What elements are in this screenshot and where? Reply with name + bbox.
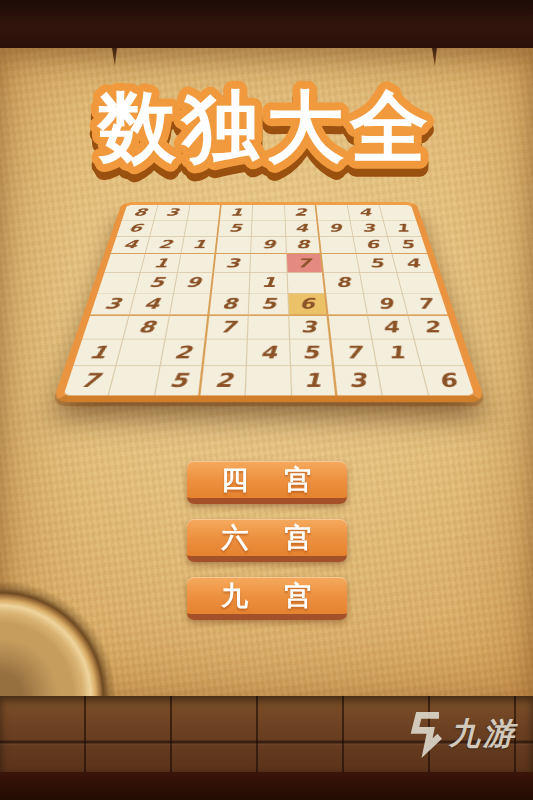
cell-r6c5: 5 bbox=[249, 293, 289, 315]
cell-r1c3 bbox=[187, 205, 221, 220]
button-9-grid-label: 九宫 bbox=[222, 578, 348, 614]
sudoku-board: 8312465493142198651375459183485697873421… bbox=[53, 202, 486, 402]
cell-r3c4 bbox=[216, 237, 252, 254]
cell-r1c7 bbox=[316, 205, 350, 220]
cell-r9c3: 5 bbox=[155, 366, 204, 395]
cell-r9c9: 6 bbox=[421, 366, 474, 395]
cell-r2c1: 6 bbox=[116, 220, 154, 236]
cell-r3c3: 1 bbox=[181, 237, 218, 254]
button-6-grid[interactable]: 六宫 bbox=[187, 519, 347, 562]
cell-r1c5 bbox=[253, 205, 286, 220]
cell-r7c9: 2 bbox=[408, 316, 456, 340]
cell-r1c6: 2 bbox=[285, 205, 318, 220]
cell-r5c5: 1 bbox=[250, 273, 288, 293]
button-9-grid[interactable]: 九宫 bbox=[187, 577, 347, 620]
cell-r8c7: 7 bbox=[331, 340, 377, 366]
cell-r7c2: 8 bbox=[124, 316, 170, 340]
cell-r2c5 bbox=[252, 220, 286, 236]
nine-game-mark-icon bbox=[406, 710, 442, 758]
cell-r4c1 bbox=[104, 254, 145, 273]
cell-r1c4: 1 bbox=[220, 205, 253, 220]
cell-r9c4: 2 bbox=[200, 366, 247, 395]
app-screen: 数独大全 数独大全 831246549314219865137545918348… bbox=[0, 0, 533, 800]
cell-r4c2: 1 bbox=[141, 254, 181, 273]
cell-r7c5 bbox=[248, 316, 290, 340]
cell-r8c9 bbox=[414, 340, 464, 366]
cell-r5c3: 9 bbox=[174, 273, 214, 293]
cell-r1c1: 8 bbox=[122, 205, 159, 220]
cell-r2c6: 4 bbox=[285, 220, 319, 236]
cell-r6c3 bbox=[170, 293, 212, 315]
cell-r2c7: 9 bbox=[318, 220, 354, 236]
cell-r6c2: 4 bbox=[130, 293, 174, 315]
cell-r1c8: 4 bbox=[348, 205, 383, 220]
cell-r2c4: 5 bbox=[218, 220, 253, 236]
cell-r9c1: 7 bbox=[63, 366, 116, 395]
cell-r7c6: 3 bbox=[289, 316, 331, 340]
cell-r4c8: 5 bbox=[357, 254, 397, 273]
cell-r9c6: 1 bbox=[291, 366, 338, 395]
cell-r7c8: 4 bbox=[368, 316, 414, 340]
cell-r6c9: 7 bbox=[402, 293, 448, 315]
cell-r7c3 bbox=[165, 316, 209, 340]
cell-r4c3 bbox=[178, 254, 217, 273]
cell-r9c8 bbox=[378, 366, 429, 395]
cell-r5c1 bbox=[98, 273, 141, 293]
cell-r5c6 bbox=[287, 273, 326, 293]
menu: 四宫 六宫 九宫 bbox=[0, 461, 533, 620]
cell-r2c9: 1 bbox=[383, 220, 421, 236]
cell-r4c4: 3 bbox=[214, 254, 251, 273]
cell-r9c2 bbox=[109, 366, 160, 395]
top-wood-bar bbox=[0, 0, 533, 48]
cell-r8c8: 1 bbox=[373, 340, 421, 366]
button-4-grid-label: 四宫 bbox=[222, 462, 348, 498]
cell-r4c7 bbox=[322, 254, 361, 273]
cell-r7c7 bbox=[329, 316, 373, 340]
cell-r6c8: 9 bbox=[364, 293, 408, 315]
cell-r5c8 bbox=[360, 273, 402, 293]
cell-r8c4 bbox=[204, 340, 249, 366]
nine-game-brand-text: 九游 bbox=[449, 713, 517, 755]
button-6-grid-label: 六宫 bbox=[222, 520, 348, 556]
cell-r3c2: 2 bbox=[146, 237, 184, 254]
cell-r3c8: 6 bbox=[354, 237, 392, 254]
cell-r3c1: 4 bbox=[111, 237, 151, 254]
cell-r2c3 bbox=[184, 220, 220, 236]
cell-r3c6: 8 bbox=[286, 237, 322, 254]
cell-r4c5 bbox=[251, 254, 288, 273]
button-4-grid[interactable]: 四宫 bbox=[187, 461, 347, 504]
cell-r7c4: 7 bbox=[207, 316, 249, 340]
sudoku-board-preview: 8312465493142198651375459183485697873421… bbox=[94, 133, 444, 433]
cell-r8c3: 2 bbox=[160, 340, 206, 366]
bottom-dark-bar bbox=[0, 772, 533, 800]
cell-r8c6: 5 bbox=[290, 340, 334, 366]
cell-r4c9: 4 bbox=[392, 254, 433, 273]
cell-r3c5: 9 bbox=[251, 237, 286, 254]
cell-r3c9: 5 bbox=[388, 237, 428, 254]
cell-r5c2: 5 bbox=[136, 273, 178, 293]
cell-r6c4: 8 bbox=[209, 293, 250, 315]
cell-r1c2: 3 bbox=[155, 205, 190, 220]
cell-r8c1: 1 bbox=[73, 340, 123, 366]
cell-r5c9 bbox=[397, 273, 440, 293]
cell-r3c7 bbox=[320, 237, 357, 254]
cell-r9c5 bbox=[246, 366, 292, 395]
cell-r5c7: 8 bbox=[324, 273, 364, 293]
nine-game-logo: 九游 bbox=[406, 710, 517, 758]
cell-r6c7 bbox=[326, 293, 368, 315]
cell-r6c6: 6 bbox=[288, 293, 329, 315]
cell-r2c2 bbox=[150, 220, 187, 236]
cell-r1c9 bbox=[379, 205, 416, 220]
cell-r6c1: 3 bbox=[90, 293, 136, 315]
cell-r5c4 bbox=[212, 273, 251, 293]
cell-r2c8: 3 bbox=[351, 220, 388, 236]
cell-r4c6: 7 bbox=[287, 254, 324, 273]
cell-r7c1 bbox=[82, 316, 130, 340]
cell-r9c7: 3 bbox=[334, 366, 383, 395]
cell-r8c2 bbox=[117, 340, 165, 366]
cell-r8c5: 4 bbox=[247, 340, 291, 366]
paper-background: 数独大全 数独大全 831246549314219865137545918348… bbox=[0, 48, 533, 696]
